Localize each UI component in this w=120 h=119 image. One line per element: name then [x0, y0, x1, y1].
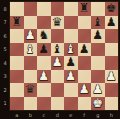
square-f8[interactable]: ♜	[78, 2, 92, 16]
file-label-b: b	[24, 110, 38, 119]
square-b3[interactable]	[24, 70, 38, 84]
square-g2[interactable]: ♟	[91, 83, 105, 97]
square-h1[interactable]	[105, 97, 119, 111]
square-c2[interactable]	[37, 83, 51, 97]
white-bishop[interactable]: ♝	[25, 43, 36, 57]
square-e2[interactable]	[64, 83, 78, 97]
file-label-f: f	[78, 110, 92, 119]
square-c8[interactable]	[37, 2, 51, 16]
square-a7[interactable]: ♜	[10, 16, 24, 30]
square-f6[interactable]	[78, 29, 92, 43]
square-h3[interactable]: ♟	[105, 70, 119, 84]
chess-diagram: 87654321 ♜♚♜♛♝♟♟♞♟♝♟♝♝♟♟♟♟♟♟♛♟♟♚ abcdefg…	[0, 0, 120, 119]
square-g4[interactable]	[91, 56, 105, 70]
square-h8[interactable]: ♚	[105, 2, 119, 16]
square-e7[interactable]	[64, 16, 78, 30]
square-c4[interactable]	[37, 56, 51, 70]
square-d2[interactable]	[51, 83, 65, 97]
square-e3[interactable]: ♟	[64, 70, 78, 84]
square-b8[interactable]	[24, 2, 38, 16]
white-pawn[interactable]: ♟	[106, 70, 117, 84]
square-e8[interactable]	[64, 2, 78, 16]
white-pawn[interactable]: ♟	[25, 29, 36, 43]
square-d6[interactable]	[51, 29, 65, 43]
square-c3[interactable]: ♟	[37, 70, 51, 84]
square-c6[interactable]: ♞	[37, 29, 51, 43]
black-pawn[interactable]: ♟	[79, 43, 90, 57]
black-pawn[interactable]: ♟	[38, 43, 49, 57]
square-a3[interactable]	[10, 70, 24, 84]
square-f4[interactable]	[78, 56, 92, 70]
white-pawn[interactable]: ♟	[79, 83, 90, 97]
rank-label-2: 2	[0, 83, 10, 97]
square-d3[interactable]	[51, 70, 65, 84]
square-b7[interactable]	[24, 16, 38, 30]
black-pawn[interactable]: ♟	[106, 16, 117, 30]
square-g8[interactable]	[91, 2, 105, 16]
square-h6[interactable]	[105, 29, 119, 43]
square-b4[interactable]	[24, 56, 38, 70]
file-label-a: a	[10, 110, 24, 119]
square-e1[interactable]	[64, 97, 78, 111]
white-pawn[interactable]: ♟	[52, 56, 63, 70]
square-a1[interactable]	[10, 97, 24, 111]
black-king[interactable]: ♚	[106, 2, 117, 16]
black-knight[interactable]: ♞	[38, 29, 49, 43]
rank-label-8: 8	[0, 2, 10, 16]
rank-label-7: 7	[0, 16, 10, 30]
black-bishop[interactable]: ♝	[92, 16, 103, 30]
square-h7[interactable]: ♟	[105, 16, 119, 30]
white-pawn[interactable]: ♟	[92, 83, 103, 97]
file-label-d: d	[51, 110, 65, 119]
rank-label-4: 4	[0, 56, 10, 70]
square-g5[interactable]	[91, 43, 105, 57]
square-d5[interactable]: ♝	[51, 43, 65, 57]
square-f2[interactable]: ♟	[78, 83, 92, 97]
square-e6[interactable]	[64, 29, 78, 43]
file-label-g: g	[91, 110, 105, 119]
white-king[interactable]: ♚	[92, 97, 103, 111]
square-f1[interactable]	[78, 97, 92, 111]
square-f5[interactable]: ♟	[78, 43, 92, 57]
square-c5[interactable]: ♟	[37, 43, 51, 57]
square-d1[interactable]	[51, 97, 65, 111]
square-a8[interactable]	[10, 2, 24, 16]
black-rook[interactable]: ♜	[11, 16, 22, 30]
file-label-e: e	[64, 110, 78, 119]
square-b5[interactable]: ♝	[24, 43, 38, 57]
square-f3[interactable]	[78, 70, 92, 84]
file-labels: abcdefgh	[10, 110, 118, 119]
black-bishop[interactable]: ♝	[52, 43, 63, 57]
rank-label-3: 3	[0, 70, 10, 84]
square-c7[interactable]	[37, 16, 51, 30]
square-a5[interactable]	[10, 43, 24, 57]
file-label-c: c	[37, 110, 51, 119]
square-g1[interactable]: ♚	[91, 97, 105, 111]
rank-label-5: 5	[0, 43, 10, 57]
black-pawn[interactable]: ♟	[92, 29, 103, 43]
square-e4[interactable]: ♟	[64, 56, 78, 70]
black-queen[interactable]: ♛	[52, 16, 63, 30]
square-f7[interactable]	[78, 16, 92, 30]
black-pawn[interactable]: ♟	[65, 56, 76, 70]
square-h5[interactable]	[105, 43, 119, 57]
square-d7[interactable]: ♛	[51, 16, 65, 30]
square-a4[interactable]	[10, 56, 24, 70]
square-g7[interactable]: ♝	[91, 16, 105, 30]
rank-label-6: 6	[0, 29, 10, 43]
square-a6[interactable]	[10, 29, 24, 43]
black-rook[interactable]: ♜	[79, 2, 90, 16]
square-d4[interactable]: ♟	[51, 56, 65, 70]
square-g3[interactable]	[91, 70, 105, 84]
chessboard[interactable]: ♜♚♜♛♝♟♟♞♟♝♟♝♝♟♟♟♟♟♟♛♟♟♚	[10, 2, 118, 110]
white-pawn[interactable]: ♟	[65, 70, 76, 84]
rank-label-1: 1	[0, 97, 10, 111]
black-queen[interactable]: ♛	[25, 83, 36, 97]
square-e5[interactable]: ♝	[64, 43, 78, 57]
square-h4[interactable]	[105, 56, 119, 70]
square-g6[interactable]: ♟	[91, 29, 105, 43]
file-label-h: h	[105, 110, 119, 119]
white-bishop[interactable]: ♝	[65, 43, 76, 57]
square-d8[interactable]	[51, 2, 65, 16]
chessboard-frame: 87654321 ♜♚♜♛♝♟♟♞♟♝♟♝♝♟♟♟♟♟♟♛♟♟♚ abcdefg…	[0, 0, 120, 119]
square-h2[interactable]	[105, 83, 119, 97]
square-b2[interactable]: ♛	[24, 83, 38, 97]
square-c1[interactable]	[37, 97, 51, 111]
white-pawn[interactable]: ♟	[38, 70, 49, 84]
square-a2[interactable]	[10, 83, 24, 97]
square-b6[interactable]: ♟	[24, 29, 38, 43]
square-b1[interactable]	[24, 97, 38, 111]
rank-labels: 87654321	[0, 2, 10, 110]
